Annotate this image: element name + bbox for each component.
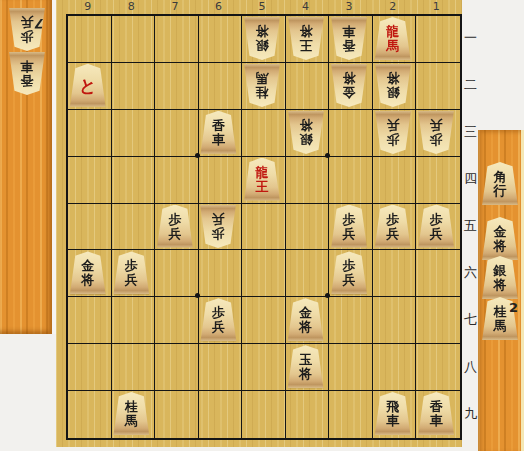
board-cell[interactable]: [68, 391, 112, 438]
file-label-8: 8: [121, 0, 141, 13]
hoshi-dot: [195, 153, 200, 158]
rank-label-2: 二: [462, 76, 479, 94]
piece-kanji: 歩兵: [212, 306, 225, 341]
piece-kanji: 王将: [299, 17, 312, 52]
hand-count-gote-歩兵: 7: [36, 16, 45, 31]
piece-kanji: 香車: [343, 17, 356, 52]
file-label-9: 9: [78, 0, 98, 13]
piece-kanji: 銀将: [494, 264, 507, 299]
piece-kanji: 歩兵: [386, 213, 399, 248]
piece-kanji: 銀将: [299, 111, 312, 146]
board-cell[interactable]: [155, 110, 199, 157]
rank-label-5: 五: [462, 217, 479, 235]
piece-kanji: 金将: [299, 306, 312, 341]
piece-kanji: 龍馬: [386, 25, 399, 60]
board-cell[interactable]: [242, 250, 286, 297]
piece-kanji: 歩兵: [168, 213, 181, 248]
piece-kanji: 香車: [21, 52, 34, 87]
board-cell[interactable]: [286, 63, 330, 110]
board-cell[interactable]: [112, 297, 156, 344]
piece-kanji: 龍王: [256, 166, 269, 201]
board-cell[interactable]: [329, 157, 373, 204]
board-cell[interactable]: [199, 344, 243, 391]
shogi-app: 987654321一二三四五六七八九 銀将王将香車龍馬と桂馬金将銀将香車銀将歩兵…: [0, 0, 524, 451]
file-label-7: 7: [165, 0, 185, 13]
rank-label-9: 九: [462, 405, 479, 423]
hand-count-sente-桂馬: 2: [509, 300, 518, 315]
board-cell[interactable]: [68, 16, 112, 63]
rank-label-8: 八: [462, 358, 479, 376]
piece-kanji: 歩兵: [343, 213, 356, 248]
board-cell[interactable]: [242, 391, 286, 438]
board-cell[interactable]: [242, 204, 286, 251]
piece-kanji: 桂馬: [125, 400, 138, 435]
board-cell[interactable]: [329, 344, 373, 391]
board-cell[interactable]: [155, 391, 199, 438]
board-cell[interactable]: [68, 204, 112, 251]
board-cell[interactable]: [416, 297, 460, 344]
board-cell[interactable]: [68, 157, 112, 204]
piece-kanji: 銀将: [256, 17, 269, 52]
board-cell[interactable]: [242, 110, 286, 157]
tray-board-gap: [52, 0, 56, 334]
board-cell[interactable]: [329, 110, 373, 157]
piece-kanji: 銀将: [386, 64, 399, 99]
board-cell[interactable]: [112, 344, 156, 391]
piece-kanji: 金将: [494, 225, 507, 260]
board-cell[interactable]: [112, 157, 156, 204]
board-cell[interactable]: [242, 344, 286, 391]
board-cell[interactable]: [155, 157, 199, 204]
board-cell[interactable]: [112, 16, 156, 63]
board-cell[interactable]: [112, 63, 156, 110]
board-cell[interactable]: [155, 344, 199, 391]
board-cell[interactable]: [199, 391, 243, 438]
board-cell[interactable]: [112, 110, 156, 157]
board-cell[interactable]: [155, 297, 199, 344]
piece-kanji: 歩兵: [430, 213, 443, 248]
board-cell[interactable]: [373, 344, 417, 391]
rank-label-6: 六: [462, 264, 479, 282]
rank-label-1: 一: [462, 29, 479, 47]
board-cell[interactable]: [286, 204, 330, 251]
piece-kanji: 金将: [81, 259, 94, 294]
file-label-1: 1: [426, 0, 446, 13]
piece-kanji: 桂馬: [494, 305, 507, 340]
piece-kanji: 香車: [212, 119, 225, 154]
file-label-6: 6: [208, 0, 228, 13]
board-cell[interactable]: [416, 63, 460, 110]
board-cell[interactable]: [373, 250, 417, 297]
board-cell[interactable]: [373, 157, 417, 204]
board-cell[interactable]: [416, 250, 460, 297]
board-cell[interactable]: [155, 63, 199, 110]
piece-kanji: 歩兵: [125, 259, 138, 294]
piece-kanji: 金将: [343, 64, 356, 99]
piece-kanji: 歩兵: [430, 111, 443, 146]
piece-kanji: 飛車: [386, 400, 399, 435]
board-cell[interactable]: [416, 344, 460, 391]
piece-kanji: 桂馬: [256, 64, 269, 99]
board-cell[interactable]: [199, 157, 243, 204]
piece-kanji: 歩兵: [21, 8, 34, 43]
piece-kanji: 角行: [494, 170, 507, 205]
board-cell[interactable]: [329, 391, 373, 438]
board-cell[interactable]: [286, 157, 330, 204]
piece-kanji: 歩兵: [212, 205, 225, 240]
board-cell[interactable]: [68, 344, 112, 391]
board-cell[interactable]: [199, 250, 243, 297]
board-cell[interactable]: [155, 250, 199, 297]
board-cell[interactable]: [416, 16, 460, 63]
piece-kanji: 歩兵: [343, 259, 356, 294]
piece-kanji: と: [79, 77, 96, 107]
piece-kanji: 玉将: [299, 353, 312, 388]
rank-label-7: 七: [462, 311, 479, 329]
board-cell[interactable]: [68, 110, 112, 157]
board-cell[interactable]: [112, 204, 156, 251]
piece-kanji: 香車: [430, 400, 443, 435]
rank-label-4: 四: [462, 170, 479, 188]
board-cell[interactable]: [329, 297, 373, 344]
board-cell[interactable]: [286, 250, 330, 297]
board-cell[interactable]: [155, 16, 199, 63]
piece-kanji: 歩兵: [386, 111, 399, 146]
board-cell[interactable]: [416, 157, 460, 204]
board-cell[interactable]: [373, 297, 417, 344]
board-cell[interactable]: [242, 297, 286, 344]
board-cell[interactable]: [199, 16, 243, 63]
file-label-5: 5: [252, 0, 272, 13]
file-label-3: 3: [339, 0, 359, 13]
file-label-4: 4: [296, 0, 316, 13]
rank-label-3: 三: [462, 123, 479, 141]
board-cell[interactable]: [199, 63, 243, 110]
board-cell[interactable]: [286, 391, 330, 438]
board-cell[interactable]: [68, 297, 112, 344]
file-label-2: 2: [383, 0, 403, 13]
